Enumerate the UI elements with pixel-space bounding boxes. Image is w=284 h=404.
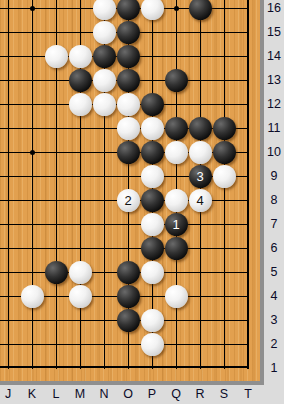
stone-p5[interactable] (141, 261, 164, 284)
stone-q11[interactable] (165, 117, 188, 140)
grid-line-row-9 (0, 176, 249, 177)
stone-p9[interactable] (141, 165, 164, 188)
stone-r16[interactable] (189, 0, 212, 20)
row-label-7: 7 (264, 216, 284, 232)
grid-line-row-2 (0, 344, 249, 345)
col-label-r: R (190, 385, 210, 404)
stone-r10[interactable] (189, 141, 212, 164)
stone-s11[interactable] (213, 117, 236, 140)
row-label-1: 1 (264, 360, 284, 376)
stone-p10[interactable] (141, 141, 164, 164)
row-label-16: 16 (264, 0, 284, 16)
go-board[interactable]: 3241 (0, 0, 264, 385)
stone-o3[interactable] (117, 309, 140, 332)
stone-p8[interactable] (141, 189, 164, 212)
row-label-8: 8 (264, 192, 284, 208)
move-number: 1 (172, 218, 179, 231)
grid-line-row-1 (0, 366, 249, 368)
stone-p12[interactable] (141, 93, 164, 116)
stone-l14[interactable] (45, 45, 68, 68)
stone-l5[interactable] (45, 261, 68, 284)
grid-line-row-7 (0, 224, 249, 225)
col-label-m: M (70, 385, 90, 404)
col-label-p: P (142, 385, 162, 404)
stone-n14[interactable] (93, 45, 116, 68)
stone-n15[interactable] (93, 21, 116, 44)
stone-o14[interactable] (117, 45, 140, 68)
row-label-12: 12 (264, 96, 284, 112)
grid-line-row-6 (0, 248, 249, 249)
row-label-13: 13 (264, 72, 284, 88)
stone-p3[interactable] (141, 309, 164, 332)
col-label-n: N (94, 385, 114, 404)
col-label-j: J (0, 385, 18, 404)
stone-o11[interactable] (117, 117, 140, 140)
stone-m4[interactable] (69, 285, 92, 308)
stone-o10[interactable] (117, 141, 140, 164)
stone-r11[interactable] (189, 117, 212, 140)
row-label-11: 11 (264, 120, 284, 136)
stone-o5[interactable] (117, 261, 140, 284)
stone-n16[interactable] (93, 0, 116, 20)
move-number: 4 (196, 194, 203, 207)
row-label-6: 6 (264, 240, 284, 256)
stone-s10[interactable] (213, 141, 236, 164)
stone-m5[interactable] (69, 261, 92, 284)
row-label-14: 14 (264, 48, 284, 64)
star-point-q16 (174, 6, 179, 11)
stone-m13[interactable] (69, 69, 92, 92)
row-label-10: 10 (264, 144, 284, 160)
row-label-3: 3 (264, 312, 284, 328)
stone-q6[interactable] (165, 237, 188, 260)
stone-r8[interactable]: 4 (189, 189, 212, 212)
stone-q4[interactable] (165, 285, 188, 308)
col-label-t: T (238, 385, 258, 404)
col-label-l: L (46, 385, 66, 404)
stone-m12[interactable] (69, 93, 92, 116)
stone-q7[interactable]: 1 (165, 213, 188, 236)
row-label-2: 2 (264, 336, 284, 352)
stone-q8[interactable] (165, 189, 188, 212)
stone-p11[interactable] (141, 117, 164, 140)
stone-o13[interactable] (117, 69, 140, 92)
row-label-5: 5 (264, 264, 284, 280)
row-label-15: 15 (264, 24, 284, 40)
star-point-k10 (30, 150, 35, 155)
stone-k4[interactable] (21, 285, 44, 308)
stone-q13[interactable] (165, 69, 188, 92)
stone-o12[interactable] (117, 93, 140, 116)
stone-p6[interactable] (141, 237, 164, 260)
col-label-k: K (22, 385, 42, 404)
col-label-o: O (118, 385, 138, 404)
stone-r9[interactable]: 3 (189, 165, 212, 188)
stone-p16[interactable] (141, 0, 164, 20)
stone-o15[interactable] (117, 21, 140, 44)
star-point-k16 (30, 6, 35, 11)
row-label-4: 4 (264, 288, 284, 304)
stone-n13[interactable] (93, 69, 116, 92)
go-diagram: 16151413121110987654321 JKLMNOPQRST 3241 (0, 0, 284, 404)
stone-m14[interactable] (69, 45, 92, 68)
row-label-9: 9 (264, 168, 284, 184)
move-number: 3 (196, 170, 203, 183)
bottom-coordinate-strip: JKLMNOPQRST (0, 385, 264, 404)
stone-p2[interactable] (141, 333, 164, 356)
stone-o4[interactable] (117, 285, 140, 308)
stone-o16[interactable] (117, 0, 140, 20)
stone-p7[interactable] (141, 213, 164, 236)
stone-n12[interactable] (93, 93, 116, 116)
right-coordinate-strip: 16151413121110987654321 (264, 0, 284, 404)
stone-q10[interactable] (165, 141, 188, 164)
stone-s9[interactable] (213, 165, 236, 188)
move-number: 2 (124, 194, 131, 207)
col-label-q: Q (166, 385, 186, 404)
stone-o8[interactable]: 2 (117, 189, 140, 212)
col-label-s: S (214, 385, 234, 404)
